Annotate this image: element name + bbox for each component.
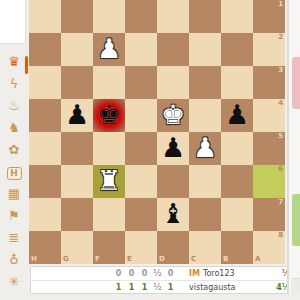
square-c7[interactable] <box>189 198 221 231</box>
player-title-badge: IM <box>189 269 200 278</box>
flag-icon: ⚑ <box>8 208 20 223</box>
score-cell: ½ <box>151 283 164 292</box>
medal-icon: ♁ <box>9 252 19 267</box>
rabbit-icon: ♞ <box>8 120 20 135</box>
rank-label-8: 8 <box>278 231 283 239</box>
square-a5[interactable]: 5 <box>253 132 285 165</box>
square-e6[interactable] <box>125 165 157 198</box>
piece-black-bishop-d7: ♝ <box>161 200 185 227</box>
file-label-d: D <box>159 255 165 263</box>
rank-label-6: 6 <box>278 165 283 173</box>
square-e5[interactable] <box>125 132 157 165</box>
square-d7[interactable]: ♝ <box>157 198 189 231</box>
scoreboard-row-Toro123[interactable]: 000½0IMToro123½ <box>31 267 295 281</box>
square-e8[interactable]: E <box>125 231 157 264</box>
square-g7[interactable] <box>61 198 93 231</box>
square-g4[interactable]: ♟ <box>61 99 93 132</box>
piece-black-pawn-d5: ♟ <box>161 134 185 161</box>
square-e2[interactable] <box>125 33 157 66</box>
player-name: IMToro123 <box>189 269 235 278</box>
lightning-icon[interactable]: ϟ <box>0 77 28 91</box>
selected-indicator <box>25 56 28 74</box>
bottom-strip <box>0 294 300 300</box>
score-cell: 0 <box>164 269 177 278</box>
square-f8[interactable]: F <box>93 231 125 264</box>
square-h5[interactable] <box>29 132 61 165</box>
square-h3[interactable] <box>29 66 61 99</box>
square-e1[interactable] <box>125 0 157 33</box>
square-g3[interactable] <box>61 66 93 99</box>
square-b6[interactable] <box>221 165 253 198</box>
square-c1[interactable] <box>189 0 221 33</box>
square-g2[interactable] <box>61 33 93 66</box>
square-a3[interactable]: 3 <box>253 66 285 99</box>
square-a4[interactable]: 4 <box>253 99 285 132</box>
scoreboard-row-vistagausta[interactable]: 111½1vistagausta4½ <box>31 281 295 294</box>
square-g5[interactable] <box>61 132 93 165</box>
piece-black-pawn-b4: ♟ <box>225 101 249 128</box>
square-g8[interactable]: G <box>61 231 93 264</box>
rank-label-7: 7 <box>278 198 283 206</box>
medal-icon[interactable]: ♁ <box>0 253 28 267</box>
rank-label-1: 1 <box>278 0 283 8</box>
square-c8[interactable]: C <box>189 231 221 264</box>
rank-label-5: 5 <box>278 132 283 140</box>
h-box-icon[interactable]: H <box>0 165 28 179</box>
square-g6[interactable] <box>61 165 93 198</box>
square-a7[interactable]: 7 <box>253 198 285 231</box>
turtle-icon: ✿ <box>9 142 20 157</box>
flame-icon[interactable]: ♨ <box>0 99 28 113</box>
score-cell: 1 <box>138 283 151 292</box>
broadcast-app: ♛ϟ♨♞✿H▦⚑≣♁✳ 1♟23♟♚♚♟4♟♟5♜6♝7HGFEDCBA8 00… <box>0 0 300 300</box>
flame-icon: ♨ <box>8 98 20 113</box>
square-c6[interactable] <box>189 165 221 198</box>
crown-icon[interactable]: ♛ <box>0 55 28 69</box>
score-cell: 0 <box>125 269 138 278</box>
square-b5[interactable] <box>221 132 253 165</box>
square-d8[interactable]: D <box>157 231 189 264</box>
square-b7[interactable] <box>221 198 253 231</box>
match-scoreboard: 000½0IMToro123½111½1vistagausta4½ <box>30 266 296 294</box>
square-h2[interactable] <box>29 33 61 66</box>
square-e4[interactable] <box>125 99 157 132</box>
layers-icon: ≣ <box>9 230 20 245</box>
game-scores: 111½1 <box>112 283 177 292</box>
square-d2[interactable] <box>157 33 189 66</box>
file-label-e: E <box>127 255 132 263</box>
square-b2[interactable] <box>221 33 253 66</box>
score-cell: 0 <box>112 269 125 278</box>
score-cell: ½ <box>151 269 164 278</box>
chess-board[interactable]: 1♟23♟♚♚♟4♟♟5♜6♝7HGFEDCBA8 <box>29 0 285 264</box>
square-f7[interactable] <box>93 198 125 231</box>
sidebar-icon-column: ♛ϟ♨♞✿H▦⚑≣♁✳ <box>0 55 28 289</box>
file-label-h: H <box>31 255 37 263</box>
h-box-icon: H <box>7 167 22 180</box>
piece-black-king-f4: ♚ <box>97 101 121 128</box>
rabbit-icon[interactable]: ♞ <box>0 121 28 135</box>
square-a2[interactable]: 2 <box>253 33 285 66</box>
turtle-icon[interactable]: ✿ <box>0 143 28 157</box>
square-e7[interactable] <box>125 198 157 231</box>
square-f4[interactable]: ♚ <box>93 99 125 132</box>
square-a8[interactable]: A8 <box>253 231 285 264</box>
file-label-a: A <box>255 255 260 263</box>
score-cell: 0 <box>138 269 151 278</box>
square-h1[interactable] <box>29 0 61 33</box>
square-b1[interactable] <box>221 0 253 33</box>
sidebar: ♛ϟ♨♞✿H▦⚑≣♁✳ <box>0 0 28 300</box>
score-cell: 1 <box>125 283 138 292</box>
piece-white-rook-f6: ♜ <box>97 167 121 194</box>
square-f1[interactable] <box>93 0 125 33</box>
network-icon: ✳ <box>9 274 20 289</box>
square-d6[interactable] <box>157 165 189 198</box>
square-d5[interactable]: ♟ <box>157 132 189 165</box>
square-h8[interactable]: H <box>29 231 61 264</box>
square-f3[interactable] <box>93 66 125 99</box>
file-label-c: C <box>191 255 196 263</box>
square-a1[interactable]: 1 <box>253 0 285 33</box>
square-b4[interactable]: ♟ <box>221 99 253 132</box>
score-cell: 1 <box>112 283 125 292</box>
square-b8[interactable]: B <box>221 231 253 264</box>
piece-white-pawn-f2: ♟ <box>97 35 121 62</box>
square-c2[interactable] <box>189 33 221 66</box>
player-name: vistagausta <box>189 283 235 292</box>
grid-icon[interactable]: ▦ <box>0 187 28 201</box>
square-h4[interactable] <box>29 99 61 132</box>
piece-black-pawn-g4: ♟ <box>65 101 89 128</box>
square-d3[interactable] <box>157 66 189 99</box>
square-e3[interactable] <box>125 66 157 99</box>
square-f6[interactable]: ♜ <box>93 165 125 198</box>
corner-panel <box>0 0 26 44</box>
square-c4[interactable] <box>189 99 221 132</box>
file-label-b: B <box>223 255 228 263</box>
file-label-g: G <box>63 255 69 263</box>
lightning-icon: ϟ <box>10 76 19 91</box>
square-a6[interactable]: 6 <box>253 165 285 198</box>
square-d1[interactable] <box>157 0 189 33</box>
file-label-f: F <box>95 255 100 263</box>
layers-icon[interactable]: ≣ <box>0 231 28 245</box>
score-cell: 1 <box>164 283 177 292</box>
result-badge-green[interactable] <box>292 194 300 246</box>
crown-icon: ♛ <box>8 54 20 69</box>
network-icon[interactable]: ✳ <box>0 275 28 289</box>
rank-label-2: 2 <box>278 33 283 41</box>
flag-icon[interactable]: ⚑ <box>0 209 28 223</box>
game-scores: 000½0 <box>112 269 177 278</box>
square-b3[interactable] <box>221 66 253 99</box>
square-f2[interactable]: ♟ <box>93 33 125 66</box>
rank-label-3: 3 <box>278 66 283 74</box>
piece-white-pawn-c5: ♟ <box>193 134 217 161</box>
square-h6[interactable] <box>29 165 61 198</box>
square-c3[interactable] <box>189 66 221 99</box>
piece-white-king-d4: ♚ <box>161 101 185 128</box>
square-h7[interactable] <box>29 198 61 231</box>
right-panel-cutoff <box>289 0 300 300</box>
square-d4[interactable]: ♚ <box>157 99 189 132</box>
square-g1[interactable] <box>61 0 93 33</box>
square-c5[interactable]: ♟ <box>189 132 221 165</box>
square-f5[interactable] <box>93 132 125 165</box>
grid-icon: ▦ <box>8 186 20 201</box>
rank-label-4: 4 <box>278 99 283 107</box>
result-badge-red[interactable] <box>292 57 300 109</box>
